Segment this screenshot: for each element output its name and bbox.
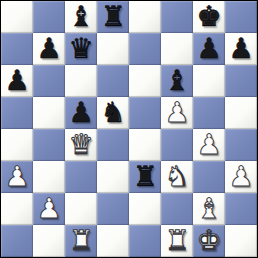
square-h5[interactable] <box>225 97 257 129</box>
chess-board: ♝♜♚♟♛♟♟♟♝♟♞♟♛♟♟♜♞♟♟♝♜♜♚ <box>0 0 258 258</box>
square-g6[interactable] <box>193 65 225 97</box>
square-d5[interactable]: ♞ <box>97 97 129 129</box>
black-king: ♚ <box>196 3 221 31</box>
square-b4[interactable] <box>33 129 65 161</box>
square-d8[interactable]: ♜ <box>97 1 129 33</box>
square-d6[interactable] <box>97 65 129 97</box>
square-d7[interactable] <box>97 33 129 65</box>
square-f4[interactable] <box>161 129 193 161</box>
square-e1[interactable] <box>129 225 161 257</box>
square-c1[interactable]: ♜ <box>65 225 97 257</box>
square-c3[interactable] <box>65 161 97 193</box>
square-f8[interactable] <box>161 1 193 33</box>
square-c4[interactable]: ♛ <box>65 129 97 161</box>
square-g5[interactable] <box>193 97 225 129</box>
square-e8[interactable] <box>129 1 161 33</box>
square-g2[interactable]: ♝ <box>193 193 225 225</box>
black-pawn: ♟ <box>68 99 93 127</box>
square-g1[interactable]: ♚ <box>193 225 225 257</box>
square-a5[interactable] <box>1 97 33 129</box>
square-h1[interactable] <box>225 225 257 257</box>
square-e3[interactable]: ♜ <box>129 161 161 193</box>
square-b5[interactable] <box>33 97 65 129</box>
white-pawn: ♟ <box>4 163 29 191</box>
white-pawn: ♟ <box>228 163 253 191</box>
square-e5[interactable] <box>129 97 161 129</box>
white-rook: ♜ <box>164 227 189 255</box>
square-e2[interactable] <box>129 193 161 225</box>
square-h6[interactable] <box>225 65 257 97</box>
square-f3[interactable]: ♞ <box>161 161 193 193</box>
square-b8[interactable] <box>33 1 65 33</box>
square-h3[interactable]: ♟ <box>225 161 257 193</box>
white-pawn: ♟ <box>164 99 189 127</box>
square-a3[interactable]: ♟ <box>1 161 33 193</box>
square-h8[interactable] <box>225 1 257 33</box>
white-pawn: ♟ <box>36 195 61 223</box>
square-f1[interactable]: ♜ <box>161 225 193 257</box>
white-king: ♚ <box>196 227 221 255</box>
square-b1[interactable] <box>33 225 65 257</box>
square-h7[interactable]: ♟ <box>225 33 257 65</box>
white-rook: ♜ <box>68 227 93 255</box>
black-pawn: ♟ <box>4 67 29 95</box>
square-f5[interactable]: ♟ <box>161 97 193 129</box>
square-e6[interactable] <box>129 65 161 97</box>
square-d2[interactable] <box>97 193 129 225</box>
white-knight: ♞ <box>164 163 189 191</box>
square-d1[interactable] <box>97 225 129 257</box>
square-a8[interactable] <box>1 1 33 33</box>
square-g8[interactable]: ♚ <box>193 1 225 33</box>
square-b6[interactable] <box>33 65 65 97</box>
black-rook: ♜ <box>132 163 157 191</box>
square-c5[interactable]: ♟ <box>65 97 97 129</box>
square-h4[interactable] <box>225 129 257 161</box>
square-f2[interactable] <box>161 193 193 225</box>
white-queen: ♛ <box>68 131 93 159</box>
square-d3[interactable] <box>97 161 129 193</box>
square-c6[interactable] <box>65 65 97 97</box>
square-a2[interactable] <box>1 193 33 225</box>
square-c7[interactable]: ♛ <box>65 33 97 65</box>
black-pawn: ♟ <box>228 35 253 63</box>
black-bishop: ♝ <box>68 3 93 31</box>
square-f6[interactable]: ♝ <box>161 65 193 97</box>
square-g7[interactable]: ♟ <box>193 33 225 65</box>
square-f7[interactable] <box>161 33 193 65</box>
square-a6[interactable]: ♟ <box>1 65 33 97</box>
white-bishop: ♝ <box>196 195 221 223</box>
black-pawn: ♟ <box>36 35 61 63</box>
black-knight: ♞ <box>100 99 125 127</box>
white-pawn: ♟ <box>196 131 221 159</box>
black-pawn: ♟ <box>196 35 221 63</box>
square-c8[interactable]: ♝ <box>65 1 97 33</box>
square-e7[interactable] <box>129 33 161 65</box>
square-a1[interactable] <box>1 225 33 257</box>
black-bishop: ♝ <box>164 67 189 95</box>
square-b7[interactable]: ♟ <box>33 33 65 65</box>
square-e4[interactable] <box>129 129 161 161</box>
black-rook: ♜ <box>100 3 125 31</box>
square-g4[interactable]: ♟ <box>193 129 225 161</box>
square-b2[interactable]: ♟ <box>33 193 65 225</box>
square-d4[interactable] <box>97 129 129 161</box>
black-queen: ♛ <box>68 35 93 63</box>
square-a7[interactable] <box>1 33 33 65</box>
square-g3[interactable] <box>193 161 225 193</box>
square-a4[interactable] <box>1 129 33 161</box>
square-b3[interactable] <box>33 161 65 193</box>
square-h2[interactable] <box>225 193 257 225</box>
square-c2[interactable] <box>65 193 97 225</box>
